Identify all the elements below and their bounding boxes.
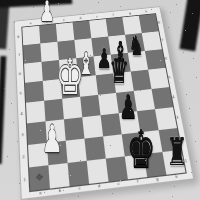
coord-label: g xyxy=(153,176,162,181)
square-b2[interactable] xyxy=(47,141,68,166)
square-c2[interactable] xyxy=(66,139,87,163)
coord-label: f xyxy=(133,179,142,184)
square-a6[interactable] xyxy=(24,62,43,83)
coord-label: a xyxy=(36,190,45,195)
square-c3[interactable] xyxy=(64,117,85,140)
square-d5[interactable] xyxy=(78,75,98,97)
square-h4[interactable] xyxy=(151,87,173,109)
coord-label: 3 xyxy=(21,130,25,140)
square-h2[interactable] xyxy=(159,128,182,152)
square-a4[interactable] xyxy=(26,101,46,124)
coord-label: 1 xyxy=(23,174,27,185)
square-c8[interactable] xyxy=(56,22,74,41)
square-d6[interactable] xyxy=(76,56,96,77)
square-c1[interactable] xyxy=(68,161,89,186)
photo-canvas: abcdefgh abcdefgh 87654321 87654321 ❖ ♟♟… xyxy=(0,0,200,200)
square-h3[interactable] xyxy=(155,107,177,130)
coord-label: d xyxy=(95,183,104,188)
square-d3[interactable] xyxy=(82,115,103,138)
coord-label: c xyxy=(75,186,84,191)
square-h7[interactable] xyxy=(142,31,162,51)
chess-board[interactable]: abcdefgh abcdefgh 87654321 87654321 ❖ xyxy=(14,6,195,200)
coord-label: 7 xyxy=(18,51,21,60)
square-h6[interactable] xyxy=(145,49,166,69)
square-c4[interactable] xyxy=(62,97,82,120)
coord-label: 8 xyxy=(157,18,161,26)
square-a2[interactable] xyxy=(28,143,48,168)
coord-label: 4 xyxy=(171,92,176,101)
coord-label: b xyxy=(43,20,51,23)
coord-label: f xyxy=(110,13,118,16)
square-d7[interactable] xyxy=(74,38,93,58)
square-c5[interactable] xyxy=(61,77,81,99)
coord-label: 5 xyxy=(19,89,23,98)
coord-label: e xyxy=(114,181,123,186)
coord-label: 6 xyxy=(164,54,169,63)
square-b7[interactable] xyxy=(40,42,59,62)
square-a5[interactable] xyxy=(25,81,44,103)
square-a1[interactable]: ❖ xyxy=(29,165,50,191)
coord-label: 6 xyxy=(18,69,21,78)
background-dark-top-left xyxy=(0,0,10,49)
square-d8[interactable] xyxy=(73,21,92,40)
square-a8[interactable] xyxy=(22,26,40,45)
square-b5[interactable] xyxy=(43,79,62,101)
square-h1[interactable] xyxy=(162,150,185,175)
coord-label: b xyxy=(55,188,64,193)
coord-label: h xyxy=(142,10,150,13)
coord-label: g xyxy=(126,11,134,14)
background-dark-top-right xyxy=(179,0,200,51)
coord-label: 7 xyxy=(160,36,165,44)
square-a7[interactable] xyxy=(23,43,41,63)
coord-label: 2 xyxy=(22,151,26,162)
square-c6[interactable] xyxy=(59,58,78,79)
coord-label: c xyxy=(60,18,68,21)
square-h8[interactable] xyxy=(139,14,159,33)
square-b3[interactable] xyxy=(45,119,65,143)
coord-label: h xyxy=(172,174,181,179)
square-a3[interactable] xyxy=(27,121,47,145)
square-c7[interactable] xyxy=(57,40,76,60)
coord-label: d xyxy=(77,16,85,19)
background-dark-left-edge xyxy=(0,56,6,164)
coord-label: 5 xyxy=(167,73,172,82)
square-d4[interactable] xyxy=(80,95,100,117)
background-dark-top-strip xyxy=(0,0,72,8)
square-b6[interactable] xyxy=(42,60,61,81)
square-b4[interactable] xyxy=(44,99,64,122)
board-logo-icon: ❖ xyxy=(35,172,44,183)
coord-label: 4 xyxy=(20,109,24,119)
square-b1[interactable] xyxy=(48,163,69,189)
square-b8[interactable] xyxy=(39,24,57,43)
coord-label: e xyxy=(93,15,101,18)
coord-label: a xyxy=(27,21,35,24)
coord-label: 8 xyxy=(17,33,20,41)
square-h5[interactable] xyxy=(148,68,169,89)
